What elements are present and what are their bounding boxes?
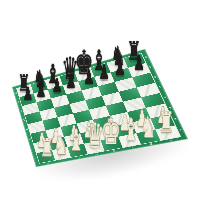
rank-label-right-6: 6	[154, 76, 157, 79]
rank-label-right-3: 3	[168, 107, 171, 110]
rank-label-left-6: 6	[20, 110, 22, 112]
rank-label-left-2: 2	[32, 147, 34, 149]
rank-label-left-1: 1	[35, 157, 37, 159]
rank-label-right-1: 1	[179, 129, 183, 132]
rank-label-right-4: 4	[163, 96, 166, 99]
file-label-bottom-g: g	[149, 143, 152, 146]
file-label-bottom-d: d	[95, 153, 98, 155]
file-label-bottom-a: a	[46, 162, 48, 164]
rank-label-left-8: 8	[15, 92, 17, 94]
file-label-bottom-b: b	[62, 159, 65, 161]
rank-label-right-2: 2	[173, 118, 176, 121]
rank-label-right-8: 8	[144, 56, 147, 58]
file-label-bottom-f: f	[131, 146, 133, 148]
square-h1	[155, 125, 180, 140]
rank-label-left-4: 4	[26, 128, 28, 130]
chess-set-product-photo: aabbccddeeffgghh8877665544332211 ♜♞♝♛♚♝♞…	[0, 0, 200, 200]
rank-label-left-5: 5	[23, 119, 25, 121]
file-label-bottom-h: h	[169, 139, 172, 142]
rank-label-right-5: 5	[158, 86, 161, 89]
file-label-bottom-e: e	[113, 150, 116, 153]
rank-label-right-7: 7	[149, 66, 152, 68]
rank-label-left-7: 7	[18, 101, 20, 103]
rank-label-left-3: 3	[29, 138, 31, 140]
file-label-top-f: f	[97, 63, 99, 65]
file-label-bottom-c: c	[78, 156, 80, 158]
